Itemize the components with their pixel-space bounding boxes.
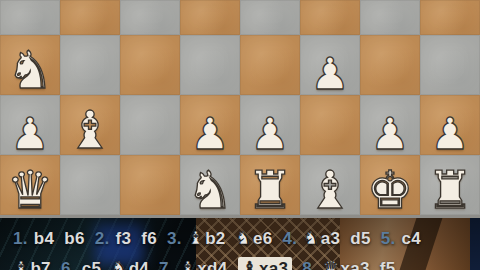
move-token[interactable]: ♛xa3: [323, 257, 370, 270]
piece-white-rook-h1[interactable]: ♜: [427, 164, 474, 216]
bishop-figurine-icon: ♝: [188, 227, 204, 248]
knight-figurine-icon: ♞: [111, 257, 127, 270]
move-token[interactable]: f6: [141, 229, 157, 249]
square-b2[interactable]: ♝: [60, 95, 120, 155]
square-h4[interactable]: [420, 0, 480, 35]
move-token[interactable]: ♝b2: [188, 227, 226, 249]
move-token[interactable]: ♞a3: [303, 227, 340, 249]
square-f2[interactable]: [300, 95, 360, 155]
piece-white-bishop-b2[interactable]: ♝: [67, 104, 114, 156]
square-h1[interactable]: ♜: [420, 155, 480, 215]
bishop-figurine-icon: ♝: [180, 257, 196, 270]
square-e2[interactable]: ♟: [240, 95, 300, 155]
square-g2[interactable]: ♟: [360, 95, 420, 155]
move-token[interactable]: d5: [350, 229, 370, 249]
move-number: 7.: [159, 259, 174, 270]
piece-white-knight-d1[interactable]: ♞: [187, 164, 234, 216]
piece-white-queen-a1[interactable]: ♛: [7, 164, 54, 216]
square-c4[interactable]: [120, 0, 180, 35]
move-token[interactable]: f3: [115, 229, 131, 249]
move-token[interactable]: ♝b7: [13, 257, 51, 270]
square-e3[interactable]: [240, 35, 300, 95]
square-f4[interactable]: [300, 0, 360, 35]
piece-white-pawn-h2[interactable]: ♟: [430, 112, 469, 156]
square-b1[interactable]: [60, 155, 120, 215]
square-d1[interactable]: ♞: [180, 155, 240, 215]
move-number: 2.: [95, 229, 110, 249]
move-token[interactable]: c4: [402, 229, 422, 249]
move-number: 5.: [381, 229, 396, 249]
square-f3[interactable]: ♟: [300, 35, 360, 95]
square-g4[interactable]: [360, 0, 420, 35]
square-c3[interactable]: [120, 35, 180, 95]
piece-white-pawn-a2[interactable]: ♟: [10, 112, 49, 156]
move-token[interactable]: b6: [64, 229, 84, 249]
move-token[interactable]: c5: [82, 259, 102, 270]
square-d4[interactable]: [180, 0, 240, 35]
square-a3[interactable]: ♞: [0, 35, 60, 95]
piece-white-king-g1[interactable]: ♚: [367, 164, 414, 216]
knight-figurine-icon: ♞: [303, 227, 319, 248]
knight-figurine-icon: ♞: [236, 227, 252, 248]
current-move-highlight[interactable]: ♝xa3: [238, 257, 293, 270]
square-a1[interactable]: ♛: [0, 155, 60, 215]
move-list-line-2-clipped: ♝b76.c5♞d47.♝xd4♝xa38.♛xa3f5: [0, 257, 480, 270]
move-token[interactable]: b4: [34, 229, 54, 249]
move-number: 8.: [302, 259, 317, 270]
square-e4[interactable]: [240, 0, 300, 35]
square-h3[interactable]: [420, 35, 480, 95]
piece-white-pawn-e2[interactable]: ♟: [250, 112, 289, 156]
square-d2[interactable]: ♟: [180, 95, 240, 155]
move-number: 1.: [13, 229, 28, 249]
square-c2[interactable]: [120, 95, 180, 155]
move-number: 3.: [167, 229, 182, 249]
move-token[interactable]: ♝xd4: [180, 257, 228, 270]
move-token[interactable]: ♞d4: [111, 257, 149, 270]
move-token[interactable]: ♞e6: [236, 227, 273, 249]
move-token[interactable]: f5: [380, 259, 396, 270]
piece-white-knight-a3[interactable]: ♞: [7, 44, 54, 96]
piece-white-rook-e1[interactable]: ♜: [247, 164, 294, 216]
move-number: 6.: [61, 259, 76, 270]
square-a4[interactable]: [0, 0, 60, 35]
square-b4[interactable]: [60, 0, 120, 35]
square-g3[interactable]: [360, 35, 420, 95]
piece-white-pawn-f3[interactable]: ♟: [310, 52, 349, 96]
piece-white-bishop-f1[interactable]: ♝: [307, 164, 354, 216]
chess-board: ♞♟♟♝♟♟♟♟♛♞♜♝♚♜: [0, 0, 480, 218]
move-number: 4.: [283, 229, 298, 249]
move-list-line-1: 1.b4b62.f3f63.♝b2♞e64.♞a3d55.c4: [0, 227, 480, 249]
bishop-figurine-icon: ♝: [242, 257, 258, 270]
square-e1[interactable]: ♜: [240, 155, 300, 215]
square-g1[interactable]: ♚: [360, 155, 420, 215]
bishop-figurine-icon: ♝: [13, 257, 29, 270]
square-d3[interactable]: [180, 35, 240, 95]
square-b3[interactable]: [60, 35, 120, 95]
square-a2[interactable]: ♟: [0, 95, 60, 155]
square-c1[interactable]: [120, 155, 180, 215]
square-f1[interactable]: ♝: [300, 155, 360, 215]
square-h2[interactable]: ♟: [420, 95, 480, 155]
queen-figurine-icon: ♛: [323, 257, 339, 270]
piece-white-pawn-d2[interactable]: ♟: [190, 112, 229, 156]
piece-white-pawn-g2[interactable]: ♟: [370, 112, 409, 156]
